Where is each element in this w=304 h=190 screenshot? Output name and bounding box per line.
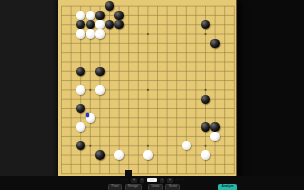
white-stone [95, 85, 104, 94]
analyze-button[interactable]: Analyze [218, 184, 237, 190]
score-button[interactable]: Score [165, 184, 180, 190]
white-stone [201, 150, 210, 159]
nav-last-button[interactable]: » [167, 178, 172, 183]
last-move-marker [86, 113, 90, 117]
move-info-right: ··· ·· [176, 178, 185, 182]
undo-button[interactable]: Undo [148, 184, 163, 190]
bottom-bar: ·· ··· « ‹ ··· › » ··· ·· Pass Resign Un… [0, 176, 304, 190]
nav-first-button[interactable]: « [131, 178, 136, 183]
black-stone [210, 122, 219, 131]
white-stone [86, 11, 95, 20]
black-stone [210, 39, 219, 48]
black-stone [114, 11, 123, 20]
black-stone [201, 95, 210, 104]
white-stone [76, 85, 85, 94]
white-stone [210, 132, 219, 141]
move-number-box[interactable]: ··· [147, 178, 157, 182]
white-stone [95, 29, 104, 38]
white-stone [76, 29, 85, 38]
nav-prev-button[interactable]: ‹ [140, 178, 144, 183]
white-stone [95, 20, 104, 29]
black-stone [95, 150, 104, 159]
left-app-background [0, 0, 58, 176]
game-buttons: Pass Resign Undo Score Analyze [108, 184, 180, 190]
nav-next-button[interactable]: › [160, 178, 164, 183]
move-navigation: ·· ··· « ‹ ··· › » ··· ·· [0, 178, 304, 183]
white-stone [114, 150, 123, 159]
black-stone [95, 11, 104, 20]
right-app-background [238, 0, 304, 176]
move-info-left: ·· ··· [119, 178, 128, 182]
white-stone [143, 150, 152, 159]
go-board[interactable] [58, 0, 237, 176]
pass-button[interactable]: Pass [108, 184, 122, 190]
black-stone [95, 67, 104, 76]
black-stone [201, 122, 210, 131]
black-stone [105, 1, 114, 10]
white-stone [86, 29, 95, 38]
resign-button[interactable]: Resign [125, 184, 142, 190]
